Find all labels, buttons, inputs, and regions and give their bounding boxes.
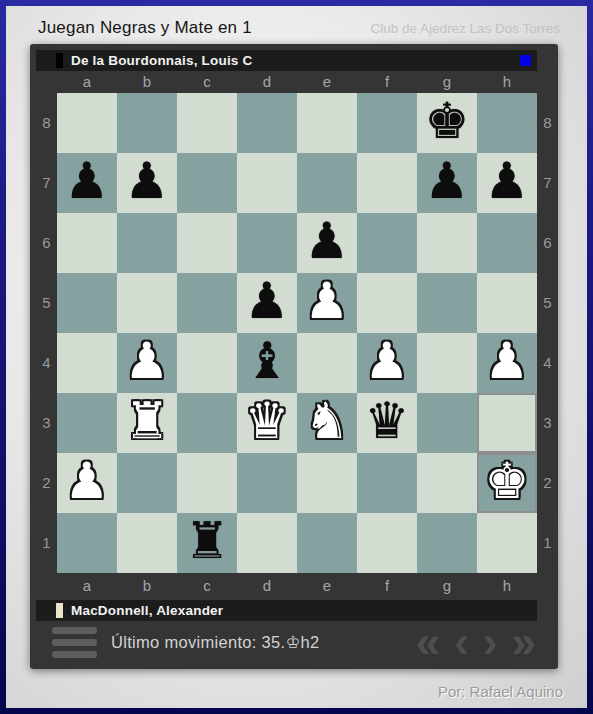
square-a7[interactable]: ♟ xyxy=(57,153,117,213)
header: Juegan Negras y Mate en 1 Club de Ajedre… xyxy=(6,6,587,44)
piece-black-pawn: ♟ xyxy=(65,156,110,206)
square-e3[interactable]: ♞ xyxy=(297,393,357,453)
rank-label-6: 6 xyxy=(537,213,558,273)
file-label-g: g xyxy=(417,573,477,597)
controls-bar: Último movimiento: 35.♔h2 « ‹ › » xyxy=(36,621,552,663)
file-label-c: c xyxy=(177,573,237,597)
square-f5[interactable] xyxy=(357,273,417,333)
piece-black-pawn: ♟ xyxy=(125,156,170,206)
square-c7[interactable] xyxy=(177,153,237,213)
piece-white-pawn: ♟ xyxy=(365,336,410,386)
square-a3[interactable] xyxy=(57,393,117,453)
rank-label-1: 1 xyxy=(36,513,57,573)
piece-black-queen: ♛ xyxy=(365,396,410,446)
square-g1[interactable] xyxy=(417,513,477,573)
chess-board: ♚♟♟♟♟♟♟♟♟♝♟♟♜♛♞♛♟♚♜ xyxy=(57,93,537,573)
square-a5[interactable] xyxy=(57,273,117,333)
square-d2[interactable] xyxy=(237,453,297,513)
rank-label-4: 4 xyxy=(36,333,57,393)
square-h6[interactable] xyxy=(477,213,537,273)
square-a4[interactable] xyxy=(57,333,117,393)
square-f3[interactable]: ♛ xyxy=(357,393,417,453)
square-b5[interactable] xyxy=(117,273,177,333)
file-label-h: h xyxy=(477,71,537,93)
square-e1[interactable] xyxy=(297,513,357,573)
square-e2[interactable] xyxy=(297,453,357,513)
square-b6[interactable] xyxy=(117,213,177,273)
piece-black-pawn: ♟ xyxy=(305,216,350,266)
square-h3[interactable] xyxy=(477,393,537,453)
white-side-indicator xyxy=(56,603,63,618)
file-label-a: a xyxy=(57,573,117,597)
player-name-bottom: MacDonnell, Alexander xyxy=(71,603,223,618)
square-e4[interactable] xyxy=(297,333,357,393)
piece-white-king: ♚ xyxy=(485,456,530,506)
square-f2[interactable] xyxy=(357,453,417,513)
last-move-label: Último movimiento: 35.♔h2 xyxy=(111,633,319,652)
square-h2[interactable]: ♚ xyxy=(477,453,537,513)
square-g6[interactable] xyxy=(417,213,477,273)
piece-black-pawn: ♟ xyxy=(485,156,530,206)
square-d5[interactable]: ♟ xyxy=(237,273,297,333)
square-h1[interactable] xyxy=(477,513,537,573)
piece-white-pawn: ♟ xyxy=(305,276,350,326)
square-d8[interactable] xyxy=(237,93,297,153)
square-g4[interactable] xyxy=(417,333,477,393)
rank-label-8: 8 xyxy=(537,93,558,153)
file-label-d: d xyxy=(237,71,297,93)
rank-label-3: 3 xyxy=(36,393,57,453)
square-b8[interactable] xyxy=(117,93,177,153)
square-f1[interactable] xyxy=(357,513,417,573)
piece-black-rook: ♜ xyxy=(185,516,230,566)
square-e5[interactable]: ♟ xyxy=(297,273,357,333)
player-name-top: De la Bourdonnais, Louis C xyxy=(71,53,252,68)
club-label: Club de Ajedrez Las Dos Torres xyxy=(370,21,560,36)
player-bar-top: De la Bourdonnais, Louis C xyxy=(36,50,537,71)
nav-prev-button[interactable]: ‹ xyxy=(454,624,469,660)
nav-first-button[interactable]: « xyxy=(416,624,440,660)
piece-black-pawn: ♟ xyxy=(245,276,290,326)
piece-black-bishop: ♝ xyxy=(245,336,290,386)
square-d4[interactable]: ♝ xyxy=(237,333,297,393)
square-f8[interactable] xyxy=(357,93,417,153)
square-f6[interactable] xyxy=(357,213,417,273)
file-label-b: b xyxy=(117,573,177,597)
square-a1[interactable] xyxy=(57,513,117,573)
square-c2[interactable] xyxy=(177,453,237,513)
square-b2[interactable] xyxy=(117,453,177,513)
credit-label: Por: Rafael Aquino xyxy=(438,683,563,700)
nav-last-button[interactable]: » xyxy=(512,624,536,660)
piece-black-pawn: ♟ xyxy=(425,156,470,206)
menu-icon[interactable] xyxy=(52,627,97,658)
square-a8[interactable] xyxy=(57,93,117,153)
rank-label-5: 5 xyxy=(537,273,558,333)
square-g3[interactable] xyxy=(417,393,477,453)
file-label-c: c xyxy=(177,71,237,93)
page-background: Juegan Negras y Mate en 1 Club de Ajedre… xyxy=(6,6,587,708)
piece-white-knight: ♞ xyxy=(305,396,350,446)
file-label-f: f xyxy=(357,71,417,93)
piece-white-pawn: ♟ xyxy=(485,336,530,386)
square-h5[interactable] xyxy=(477,273,537,333)
square-h4[interactable]: ♟ xyxy=(477,333,537,393)
square-a2[interactable]: ♟ xyxy=(57,453,117,513)
rank-label-8: 8 xyxy=(36,93,57,153)
footer: Por: Rafael Aquino xyxy=(6,669,587,701)
page-title: Juegan Negras y Mate en 1 xyxy=(38,18,252,38)
piece-white-queen: ♛ xyxy=(245,396,290,446)
rank-label-5: 5 xyxy=(36,273,57,333)
square-a6[interactable] xyxy=(57,213,117,273)
square-f4[interactable]: ♟ xyxy=(357,333,417,393)
rank-label-4: 4 xyxy=(537,333,558,393)
file-label-f: f xyxy=(357,573,417,597)
file-label-g: g xyxy=(417,71,477,93)
square-d6[interactable] xyxy=(237,213,297,273)
rank-label-1: 1 xyxy=(537,513,558,573)
file-label-a: a xyxy=(57,71,117,93)
file-label-e: e xyxy=(297,573,357,597)
square-e8[interactable] xyxy=(297,93,357,153)
rank-labels-right: 87654321 xyxy=(537,93,558,573)
piece-white-rook: ♜ xyxy=(125,396,170,446)
rank-label-7: 7 xyxy=(36,153,57,213)
square-c3[interactable] xyxy=(177,393,237,453)
square-d3[interactable]: ♛ xyxy=(237,393,297,453)
square-b3[interactable]: ♜ xyxy=(117,393,177,453)
nav-group: « ‹ › » xyxy=(416,624,536,660)
square-g7[interactable]: ♟ xyxy=(417,153,477,213)
square-e6[interactable]: ♟ xyxy=(297,213,357,273)
file-labels-top: abcdefgh xyxy=(57,71,537,93)
file-label-e: e xyxy=(297,71,357,93)
nav-next-button[interactable]: › xyxy=(483,624,498,660)
square-b1[interactable] xyxy=(117,513,177,573)
square-c8[interactable] xyxy=(177,93,237,153)
piece-white-pawn: ♟ xyxy=(65,456,110,506)
rank-label-6: 6 xyxy=(36,213,57,273)
rank-label-7: 7 xyxy=(537,153,558,213)
window-frame: Juegan Negras y Mate en 1 Club de Ajedre… xyxy=(0,0,593,714)
square-c1[interactable]: ♜ xyxy=(177,513,237,573)
square-h7[interactable]: ♟ xyxy=(477,153,537,213)
status-square xyxy=(520,55,531,66)
rank-label-2: 2 xyxy=(537,453,558,513)
square-d1[interactable] xyxy=(237,513,297,573)
square-d7[interactable] xyxy=(237,153,297,213)
square-h8[interactable] xyxy=(477,93,537,153)
rank-label-2: 2 xyxy=(36,453,57,513)
square-g8[interactable]: ♚ xyxy=(417,93,477,153)
black-side-indicator xyxy=(56,53,63,68)
chess-viewer-panel: De la Bourdonnais, Louis C abcdefgh 8765… xyxy=(30,44,558,669)
square-g5[interactable] xyxy=(417,273,477,333)
file-label-d: d xyxy=(237,573,297,597)
square-b4[interactable]: ♟ xyxy=(117,333,177,393)
square-e7[interactable] xyxy=(297,153,357,213)
file-labels-bottom: abcdefgh xyxy=(57,573,537,597)
rank-labels-left: 87654321 xyxy=(36,93,57,573)
square-f7[interactable] xyxy=(357,153,417,213)
file-label-b: b xyxy=(117,71,177,93)
square-c4[interactable] xyxy=(177,333,237,393)
rank-label-3: 3 xyxy=(537,393,558,453)
square-g2[interactable] xyxy=(417,453,477,513)
square-b7[interactable]: ♟ xyxy=(117,153,177,213)
square-c6[interactable] xyxy=(177,213,237,273)
file-label-h: h xyxy=(477,573,537,597)
square-c5[interactable] xyxy=(177,273,237,333)
piece-white-pawn: ♟ xyxy=(125,336,170,386)
piece-black-king: ♚ xyxy=(425,96,470,146)
